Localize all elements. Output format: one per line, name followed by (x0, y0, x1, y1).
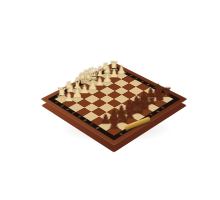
chess-set-product-photo: abcdefgh abcdefgh 12345678 12345678 ♜♞♝♚… (0, 0, 220, 200)
square-a6 (143, 87, 158, 95)
piece-black-rook: ♜ (160, 86, 172, 99)
